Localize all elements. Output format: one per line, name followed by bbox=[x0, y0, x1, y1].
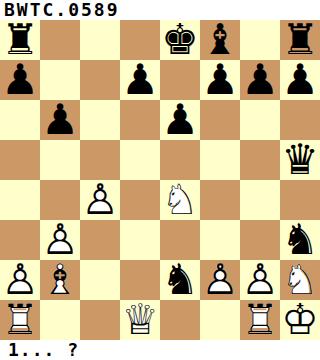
square-b3[interactable]: ♟♙ bbox=[40, 220, 80, 260]
black-pawn-icon: ♟ bbox=[41, 100, 79, 140]
white-pawn-icon: ♟♙ bbox=[201, 260, 239, 300]
black-pawn-icon: ♟ bbox=[161, 100, 199, 140]
black-pawn-icon: ♟ bbox=[121, 60, 159, 100]
piece-outline: ♙ bbox=[41, 220, 79, 260]
square-a1[interactable]: ♜♖ bbox=[0, 300, 40, 340]
square-b5[interactable] bbox=[40, 140, 80, 180]
square-f3[interactable] bbox=[200, 220, 240, 260]
square-a5[interactable] bbox=[0, 140, 40, 180]
piece-outline: ♙ bbox=[201, 260, 239, 300]
square-c1[interactable] bbox=[80, 300, 120, 340]
square-a3[interactable] bbox=[0, 220, 40, 260]
square-c7[interactable] bbox=[80, 60, 120, 100]
square-g3[interactable] bbox=[240, 220, 280, 260]
square-f5[interactable] bbox=[200, 140, 240, 180]
black-king-icon: ♚ bbox=[161, 20, 199, 60]
square-c5[interactable] bbox=[80, 140, 120, 180]
black-pawn-icon: ♟ bbox=[1, 60, 39, 100]
piece-outline: ♙ bbox=[241, 260, 279, 300]
square-e6[interactable]: ♟ bbox=[160, 100, 200, 140]
square-b1[interactable] bbox=[40, 300, 80, 340]
piece-outline: ♔ bbox=[281, 300, 319, 340]
piece-outline: ♖ bbox=[241, 300, 279, 340]
white-rook-icon: ♜♖ bbox=[1, 300, 39, 340]
piece-outline: ♙ bbox=[1, 260, 39, 300]
white-king-icon: ♚♔ bbox=[281, 300, 319, 340]
white-pawn-icon: ♟♙ bbox=[1, 260, 39, 300]
square-a6[interactable] bbox=[0, 100, 40, 140]
square-d2[interactable] bbox=[120, 260, 160, 300]
white-rook-icon: ♜♖ bbox=[241, 300, 279, 340]
piece-outline: ♙ bbox=[81, 180, 119, 220]
square-e5[interactable] bbox=[160, 140, 200, 180]
square-g8[interactable] bbox=[240, 20, 280, 60]
chess-diagram-window: BWTC.0589 ♜♚♝♜♟♟♟♟♟♟♟♛♟♙♞♘♟♙♞♟♙♝♗♞♟♙♟♙♞♘… bbox=[0, 0, 320, 360]
square-f4[interactable] bbox=[200, 180, 240, 220]
square-d5[interactable] bbox=[120, 140, 160, 180]
square-c6[interactable] bbox=[80, 100, 120, 140]
square-c4[interactable]: ♟♙ bbox=[80, 180, 120, 220]
square-c3[interactable] bbox=[80, 220, 120, 260]
square-g2[interactable]: ♟♙ bbox=[240, 260, 280, 300]
square-c2[interactable] bbox=[80, 260, 120, 300]
square-e3[interactable] bbox=[160, 220, 200, 260]
square-b7[interactable] bbox=[40, 60, 80, 100]
black-pawn-icon: ♟ bbox=[281, 60, 319, 100]
square-d4[interactable] bbox=[120, 180, 160, 220]
square-c8[interactable] bbox=[80, 20, 120, 60]
white-queen-icon: ♛♕ bbox=[121, 300, 159, 340]
piece-outline: ♘ bbox=[161, 180, 199, 220]
square-h8[interactable]: ♜ bbox=[280, 20, 320, 60]
square-g1[interactable]: ♜♖ bbox=[240, 300, 280, 340]
square-h5[interactable]: ♛ bbox=[280, 140, 320, 180]
black-pawn-icon: ♟ bbox=[201, 60, 239, 100]
diagram-title: BWTC.0589 bbox=[0, 0, 320, 20]
square-b6[interactable]: ♟ bbox=[40, 100, 80, 140]
square-e4[interactable]: ♞♘ bbox=[160, 180, 200, 220]
square-f1[interactable] bbox=[200, 300, 240, 340]
black-rook-icon: ♜ bbox=[281, 20, 319, 60]
black-pawn-icon: ♟ bbox=[241, 60, 279, 100]
square-a7[interactable]: ♟ bbox=[0, 60, 40, 100]
square-d8[interactable] bbox=[120, 20, 160, 60]
square-g4[interactable] bbox=[240, 180, 280, 220]
black-knight-icon: ♞ bbox=[281, 220, 319, 260]
square-g7[interactable]: ♟ bbox=[240, 60, 280, 100]
chess-board: ♜♚♝♜♟♟♟♟♟♟♟♛♟♙♞♘♟♙♞♟♙♝♗♞♟♙♟♙♞♘♜♖♛♕♜♖♚♔ bbox=[0, 20, 320, 340]
square-a2[interactable]: ♟♙ bbox=[0, 260, 40, 300]
square-b4[interactable] bbox=[40, 180, 80, 220]
black-knight-icon: ♞ bbox=[161, 260, 199, 300]
piece-outline: ♖ bbox=[1, 300, 39, 340]
square-d1[interactable]: ♛♕ bbox=[120, 300, 160, 340]
square-h6[interactable] bbox=[280, 100, 320, 140]
square-d6[interactable] bbox=[120, 100, 160, 140]
square-a8[interactable]: ♜ bbox=[0, 20, 40, 60]
square-b8[interactable] bbox=[40, 20, 80, 60]
square-e8[interactable]: ♚ bbox=[160, 20, 200, 60]
piece-outline: ♘ bbox=[281, 260, 319, 300]
white-pawn-icon: ♟♙ bbox=[241, 260, 279, 300]
square-h7[interactable]: ♟ bbox=[280, 60, 320, 100]
black-rook-icon: ♜ bbox=[1, 20, 39, 60]
white-bishop-icon: ♝♗ bbox=[41, 260, 79, 300]
piece-outline: ♗ bbox=[41, 260, 79, 300]
square-h2[interactable]: ♞♘ bbox=[280, 260, 320, 300]
square-g5[interactable] bbox=[240, 140, 280, 180]
square-e7[interactable] bbox=[160, 60, 200, 100]
square-d3[interactable] bbox=[120, 220, 160, 260]
piece-outline: ♕ bbox=[121, 300, 159, 340]
square-h3[interactable]: ♞ bbox=[280, 220, 320, 260]
black-bishop-icon: ♝ bbox=[201, 20, 239, 60]
square-e2[interactable]: ♞ bbox=[160, 260, 200, 300]
move-prompt: 1... ? bbox=[0, 340, 320, 360]
square-e1[interactable] bbox=[160, 300, 200, 340]
square-f2[interactable]: ♟♙ bbox=[200, 260, 240, 300]
square-h4[interactable] bbox=[280, 180, 320, 220]
white-pawn-icon: ♟♙ bbox=[81, 180, 119, 220]
square-f8[interactable]: ♝ bbox=[200, 20, 240, 60]
white-knight-icon: ♞♘ bbox=[281, 260, 319, 300]
white-knight-icon: ♞♘ bbox=[161, 180, 199, 220]
black-queen-icon: ♛ bbox=[281, 140, 319, 180]
square-a4[interactable] bbox=[0, 180, 40, 220]
white-pawn-icon: ♟♙ bbox=[41, 220, 79, 260]
square-h1[interactable]: ♚♔ bbox=[280, 300, 320, 340]
square-g6[interactable] bbox=[240, 100, 280, 140]
square-f7[interactable]: ♟ bbox=[200, 60, 240, 100]
square-b2[interactable]: ♝♗ bbox=[40, 260, 80, 300]
square-d7[interactable]: ♟ bbox=[120, 60, 160, 100]
square-f6[interactable] bbox=[200, 100, 240, 140]
